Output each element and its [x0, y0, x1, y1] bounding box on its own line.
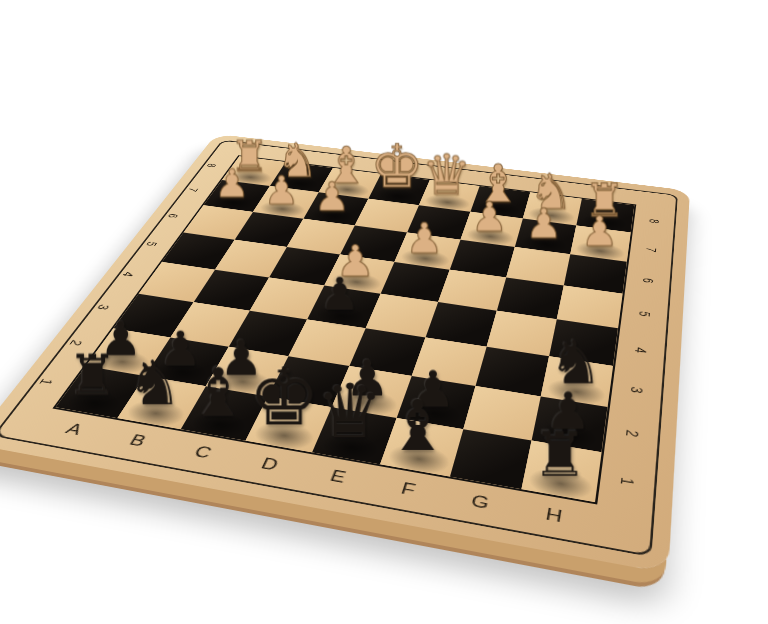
piece-black-king-d1: ♚: [248, 358, 317, 438]
piece-white-pawn-b7: ♟: [255, 171, 308, 210]
piece-black-rook-a1: ♜: [59, 348, 126, 405]
piece-black-knight-b1: ♞: [121, 353, 188, 415]
piece-white-pawn-e6: ♟: [396, 218, 452, 260]
scene: ♜♞♝♚♛♝♞♜♟♟♟♟♟♟♟♟♟♞♟♟♟♟♟♟♜♞♝♚♛♝♜ ABCDEFGH…: [0, 0, 768, 624]
piece-white-pawn-g7: ♟: [516, 204, 571, 245]
piece-white-pawn-f7: ♟: [462, 197, 517, 238]
piece-black-bishop-f1: ♝: [383, 391, 454, 461]
piece-white-pawn-h7: ♟: [572, 211, 628, 253]
piece-white-pawn-c7: ♟: [305, 177, 358, 217]
piece-white-queen-e8: ♛: [421, 148, 473, 204]
chess-board: ♜♞♝♚♛♝♞♜♟♟♟♟♟♟♟♟♟♞♟♟♟♟♟♟♜♞♝♚♛♝♜ ABCDEFGH…: [0, 134, 690, 574]
piece-black-queen-e1: ♛: [315, 374, 385, 449]
piece-white-pawn-a7: ♟: [206, 164, 258, 203]
piece-white-king-d8: ♚: [370, 137, 422, 197]
piece-black-pawn-d4: ♟: [309, 272, 369, 317]
piece-black-bishop-c1: ♝: [184, 359, 252, 426]
piece-black-rook-h1: ♜: [523, 424, 596, 486]
